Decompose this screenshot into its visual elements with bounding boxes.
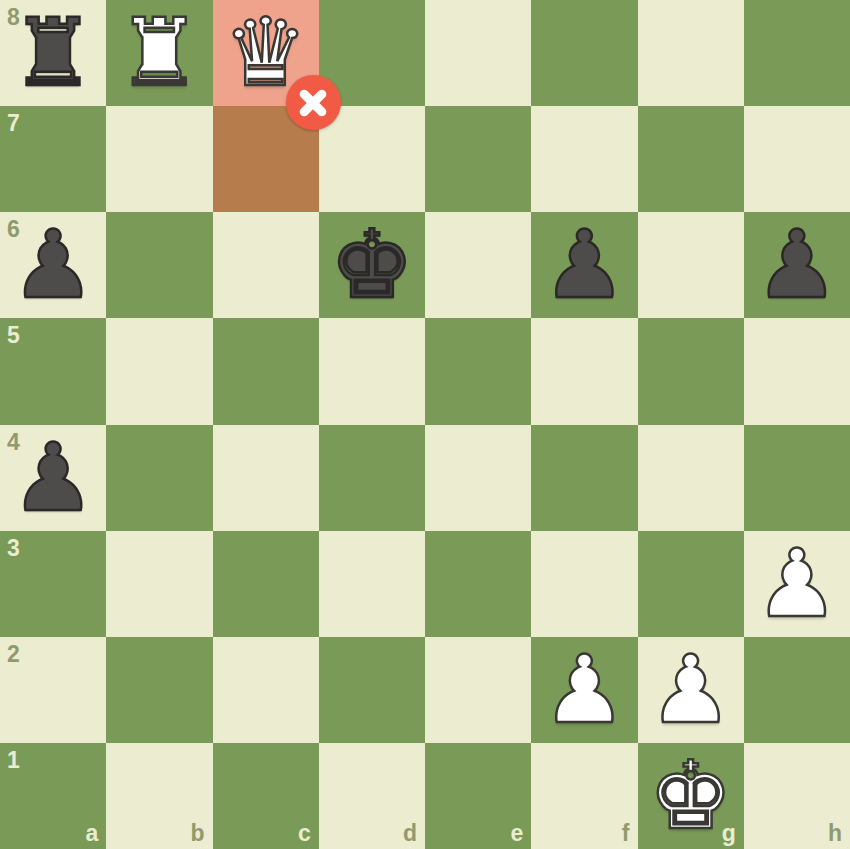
square-h8[interactable]	[744, 0, 850, 106]
square-g2[interactable]: ♟	[638, 637, 744, 743]
rank-label-2: 2	[7, 641, 20, 668]
square-c1[interactable]: c	[213, 743, 319, 849]
square-d2[interactable]	[319, 637, 425, 743]
square-a5[interactable]: 5	[0, 318, 106, 424]
square-a6[interactable]: 6♟	[0, 212, 106, 318]
rank-label-7: 7	[7, 110, 20, 137]
square-f4[interactable]	[531, 425, 637, 531]
square-c5[interactable]	[213, 318, 319, 424]
square-d6[interactable]: ♚	[319, 212, 425, 318]
square-e4[interactable]	[425, 425, 531, 531]
square-d3[interactable]	[319, 531, 425, 637]
square-a8[interactable]: 8♜	[0, 0, 106, 106]
square-c8[interactable]: ♛	[213, 0, 319, 106]
file-label-a: a	[85, 820, 98, 847]
piece-black-rook-a8[interactable]: ♜	[11, 6, 95, 100]
rank-label-5: 5	[7, 322, 20, 349]
square-h5[interactable]	[744, 318, 850, 424]
square-h7[interactable]	[744, 106, 850, 212]
square-c3[interactable]	[213, 531, 319, 637]
rank-label-1: 1	[7, 747, 20, 774]
square-a1[interactable]: 1a	[0, 743, 106, 849]
square-a4[interactable]: 4♟	[0, 425, 106, 531]
piece-black-pawn-a4[interactable]: ♟	[11, 431, 95, 525]
square-b4[interactable]	[106, 425, 212, 531]
square-b7[interactable]	[106, 106, 212, 212]
square-e6[interactable]	[425, 212, 531, 318]
square-f3[interactable]	[531, 531, 637, 637]
square-e1[interactable]: e	[425, 743, 531, 849]
square-f6[interactable]: ♟	[531, 212, 637, 318]
square-a3[interactable]: 3	[0, 531, 106, 637]
square-e2[interactable]	[425, 637, 531, 743]
square-d5[interactable]	[319, 318, 425, 424]
square-e8[interactable]	[425, 0, 531, 106]
square-h2[interactable]	[744, 637, 850, 743]
square-b2[interactable]	[106, 637, 212, 743]
square-a2[interactable]: 2	[0, 637, 106, 743]
file-label-e: e	[510, 820, 523, 847]
square-b6[interactable]	[106, 212, 212, 318]
square-h4[interactable]	[744, 425, 850, 531]
square-e7[interactable]	[425, 106, 531, 212]
square-e5[interactable]	[425, 318, 531, 424]
square-c4[interactable]	[213, 425, 319, 531]
piece-black-pawn-a6[interactable]: ♟	[11, 218, 95, 312]
file-label-c: c	[298, 820, 311, 847]
square-d1[interactable]: d	[319, 743, 425, 849]
square-d7[interactable]	[319, 106, 425, 212]
square-g6[interactable]	[638, 212, 744, 318]
square-g3[interactable]	[638, 531, 744, 637]
rank-label-3: 3	[7, 535, 20, 562]
square-h3[interactable]: ♟	[744, 531, 850, 637]
file-label-f: f	[622, 820, 630, 847]
square-c2[interactable]	[213, 637, 319, 743]
incorrect-move-badge-x-circle-icon	[286, 75, 341, 130]
square-f5[interactable]	[531, 318, 637, 424]
file-label-b: b	[190, 820, 204, 847]
square-b3[interactable]	[106, 531, 212, 637]
square-b8[interactable]: ♜	[106, 0, 212, 106]
piece-black-king-d6[interactable]: ♚	[330, 218, 414, 312]
square-h1[interactable]: h	[744, 743, 850, 849]
file-label-h: h	[828, 820, 842, 847]
square-g5[interactable]	[638, 318, 744, 424]
square-c6[interactable]	[213, 212, 319, 318]
piece-black-pawn-f6[interactable]: ♟	[542, 218, 626, 312]
square-g8[interactable]	[638, 0, 744, 106]
chess-board: 8♜♜♛76♟♚♟♟54♟3♟2♟♟1abcdefg♚h	[0, 0, 850, 849]
square-g1[interactable]: g♚	[638, 743, 744, 849]
square-f1[interactable]: f	[531, 743, 637, 849]
square-d4[interactable]	[319, 425, 425, 531]
square-f2[interactable]: ♟	[531, 637, 637, 743]
file-label-d: d	[403, 820, 417, 847]
square-f7[interactable]	[531, 106, 637, 212]
piece-white-pawn-h3[interactable]: ♟	[755, 537, 839, 631]
piece-white-king-g1[interactable]: ♚	[648, 749, 732, 843]
piece-white-pawn-g2[interactable]: ♟	[648, 643, 732, 737]
piece-white-rook-b8[interactable]: ♜	[117, 6, 201, 100]
square-e3[interactable]	[425, 531, 531, 637]
square-g4[interactable]	[638, 425, 744, 531]
square-h6[interactable]: ♟	[744, 212, 850, 318]
piece-black-pawn-h6[interactable]: ♟	[755, 218, 839, 312]
square-b5[interactable]	[106, 318, 212, 424]
square-a7[interactable]: 7	[0, 106, 106, 212]
square-f8[interactable]	[531, 0, 637, 106]
piece-white-pawn-f2[interactable]: ♟	[542, 643, 626, 737]
square-b1[interactable]: b	[106, 743, 212, 849]
square-g7[interactable]	[638, 106, 744, 212]
